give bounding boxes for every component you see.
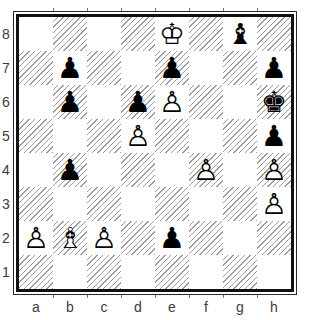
board-tick	[121, 8, 122, 11]
file-label-e: e	[155, 299, 189, 315]
square-f7	[189, 51, 223, 85]
piece-white-king: ♚♔	[155, 17, 189, 51]
piece-white-pawn: ♟♙	[87, 221, 121, 255]
square-c5	[87, 119, 121, 153]
rank-label-7: 7	[0, 51, 12, 85]
piece-outline-glyph: ♙	[257, 187, 291, 221]
square-c1	[87, 255, 121, 289]
square-d3	[121, 187, 155, 221]
piece-outline-glyph: ♙	[189, 153, 223, 187]
board-tick	[257, 8, 258, 11]
square-c8	[87, 17, 121, 51]
piece-white-pawn: ♟♙	[19, 221, 53, 255]
board-tick	[189, 8, 190, 11]
square-h2	[257, 221, 291, 255]
board-tick	[121, 295, 122, 298]
piece-white-bishop: ♝♗	[53, 221, 87, 255]
square-g3	[223, 187, 257, 221]
file-label-d: d	[121, 299, 155, 315]
piece-outline-glyph: ♙	[257, 153, 291, 187]
piece-outline-glyph: ♔	[155, 17, 189, 51]
square-b2: ♝♗	[53, 221, 87, 255]
square-c2: ♟♙	[87, 221, 121, 255]
file-label-c: c	[87, 299, 121, 315]
piece-outline-glyph: ♗	[53, 221, 87, 255]
square-a5	[19, 119, 53, 153]
square-f6	[189, 85, 223, 119]
square-a1	[19, 255, 53, 289]
square-e7: ♟	[155, 51, 189, 85]
square-a3	[19, 187, 53, 221]
piece-white-pawn: ♟♙	[257, 153, 291, 187]
square-a2: ♟♙	[19, 221, 53, 255]
chess-diagram: ♚♔♝♟♟♟♟♟♟♙♚♟♙♟♟♟♙♟♙♟♙♟♙♝♗♟♙♟ 87654321 ab…	[0, 0, 314, 320]
square-h7: ♟	[257, 51, 291, 85]
board-tick	[53, 8, 54, 11]
square-b5	[53, 119, 87, 153]
board-tick	[53, 295, 54, 298]
board-tick	[87, 295, 88, 298]
square-b8	[53, 17, 87, 51]
board-grid: ♚♔♝♟♟♟♟♟♟♙♚♟♙♟♟♟♙♟♙♟♙♟♙♝♗♟♙♟	[19, 17, 291, 289]
piece-black-pawn: ♟	[257, 51, 291, 85]
square-f3	[189, 187, 223, 221]
board-tick	[257, 295, 258, 298]
square-h8	[257, 17, 291, 51]
piece-black-pawn: ♟	[53, 85, 87, 119]
file-label-h: h	[257, 299, 291, 315]
board-tick	[155, 8, 156, 11]
square-b1	[53, 255, 87, 289]
rank-label-6: 6	[0, 85, 12, 119]
square-f5	[189, 119, 223, 153]
square-b3	[53, 187, 87, 221]
square-b4: ♟	[53, 153, 87, 187]
square-c4	[87, 153, 121, 187]
square-h6: ♚	[257, 85, 291, 119]
piece-white-pawn: ♟♙	[257, 187, 291, 221]
square-e8: ♚♔	[155, 17, 189, 51]
square-a6	[19, 85, 53, 119]
square-h1	[257, 255, 291, 289]
square-a7	[19, 51, 53, 85]
square-e3	[155, 187, 189, 221]
board-tick	[223, 295, 224, 298]
square-b7: ♟	[53, 51, 87, 85]
piece-outline-glyph: ♙	[87, 221, 121, 255]
piece-black-pawn: ♟	[121, 85, 155, 119]
board-tick	[223, 8, 224, 11]
square-g5	[223, 119, 257, 153]
square-h5: ♟	[257, 119, 291, 153]
piece-white-pawn: ♟♙	[155, 85, 189, 119]
square-d4	[121, 153, 155, 187]
piece-black-pawn: ♟	[257, 119, 291, 153]
square-e4	[155, 153, 189, 187]
square-a4	[19, 153, 53, 187]
square-d2	[121, 221, 155, 255]
board-tick	[87, 8, 88, 11]
square-h4: ♟♙	[257, 153, 291, 187]
board-tick	[155, 295, 156, 298]
square-f1	[189, 255, 223, 289]
rank-label-2: 2	[0, 221, 12, 255]
file-label-b: b	[53, 299, 87, 315]
square-b6: ♟	[53, 85, 87, 119]
piece-black-bishop: ♝	[223, 17, 257, 51]
piece-black-king: ♚	[257, 85, 291, 119]
square-h3: ♟♙	[257, 187, 291, 221]
square-e5	[155, 119, 189, 153]
square-f8	[189, 17, 223, 51]
square-d8	[121, 17, 155, 51]
rank-label-5: 5	[0, 119, 12, 153]
square-g7	[223, 51, 257, 85]
piece-black-pawn: ♟	[155, 221, 189, 255]
piece-black-pawn: ♟	[53, 153, 87, 187]
file-label-f: f	[189, 299, 223, 315]
rank-label-4: 4	[0, 153, 12, 187]
rank-label-1: 1	[0, 255, 12, 289]
file-label-g: g	[223, 299, 257, 315]
square-g1	[223, 255, 257, 289]
square-g6	[223, 85, 257, 119]
square-f2	[189, 221, 223, 255]
piece-outline-glyph: ♙	[155, 85, 189, 119]
piece-white-pawn: ♟♙	[189, 153, 223, 187]
rank-label-3: 3	[0, 187, 12, 221]
board-frame: ♚♔♝♟♟♟♟♟♟♙♚♟♙♟♟♟♙♟♙♟♙♟♙♝♗♟♙♟	[13, 11, 297, 295]
square-g4	[223, 153, 257, 187]
board-inner-border: ♚♔♝♟♟♟♟♟♟♙♚♟♙♟♟♟♙♟♙♟♙♟♙♝♗♟♙♟	[16, 14, 294, 292]
square-e1	[155, 255, 189, 289]
file-label-a: a	[19, 299, 53, 315]
piece-outline-glyph: ♙	[121, 119, 155, 153]
square-d7	[121, 51, 155, 85]
square-d1	[121, 255, 155, 289]
square-e2: ♟	[155, 221, 189, 255]
board-tick	[189, 295, 190, 298]
piece-white-pawn: ♟♙	[121, 119, 155, 153]
piece-black-pawn: ♟	[53, 51, 87, 85]
rank-label-8: 8	[0, 17, 12, 51]
piece-black-pawn: ♟	[155, 51, 189, 85]
piece-outline-glyph: ♙	[19, 221, 53, 255]
square-e6: ♟♙	[155, 85, 189, 119]
square-c3	[87, 187, 121, 221]
square-f4: ♟♙	[189, 153, 223, 187]
square-g8: ♝	[223, 17, 257, 51]
square-c6	[87, 85, 121, 119]
square-d6: ♟	[121, 85, 155, 119]
square-g2	[223, 221, 257, 255]
square-a8	[19, 17, 53, 51]
square-d5: ♟♙	[121, 119, 155, 153]
square-c7	[87, 51, 121, 85]
